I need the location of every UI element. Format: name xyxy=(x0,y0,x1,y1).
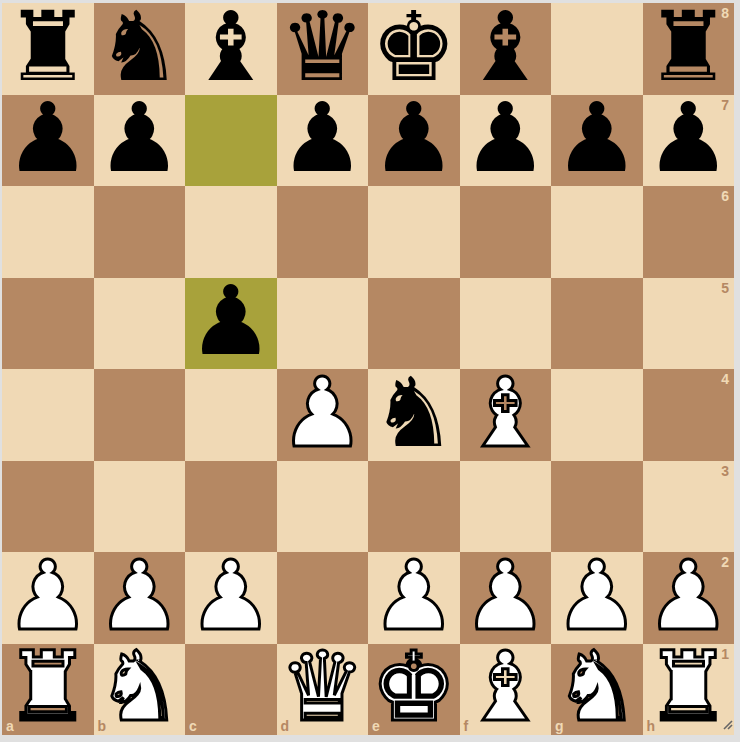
square-a8[interactable]: ♜ xyxy=(2,3,94,95)
square-c5[interactable]: ♟ xyxy=(185,278,277,370)
square-f8[interactable]: ♝ xyxy=(460,3,552,95)
square-b8[interactable]: ♞ xyxy=(94,3,186,95)
square-c8[interactable]: ♝ xyxy=(185,3,277,95)
white-knight-g1[interactable]: ♞ xyxy=(554,639,640,735)
square-c2[interactable]: ♟ xyxy=(185,552,277,644)
square-g7[interactable]: ♟ xyxy=(551,95,643,187)
square-e4[interactable]: ♞ xyxy=(368,369,460,461)
square-e2[interactable]: ♟ xyxy=(368,552,460,644)
square-g8[interactable] xyxy=(551,3,643,95)
square-e1[interactable]: ♚e xyxy=(368,644,460,736)
black-knight-e4[interactable]: ♞ xyxy=(371,365,457,461)
white-pawn-f2[interactable]: ♟ xyxy=(462,548,548,644)
square-f1[interactable]: ♝f xyxy=(460,644,552,736)
white-pawn-c2[interactable]: ♟ xyxy=(188,548,274,644)
square-d1[interactable]: ♛d xyxy=(277,644,369,736)
white-bishop-f4[interactable]: ♝ xyxy=(462,365,548,461)
white-pawn-d4[interactable]: ♟ xyxy=(279,365,365,461)
black-bishop-c8[interactable]: ♝ xyxy=(188,0,274,95)
rank-label-3: 3 xyxy=(721,464,729,478)
square-a4[interactable] xyxy=(2,369,94,461)
square-d2[interactable] xyxy=(277,552,369,644)
white-pawn-g2[interactable]: ♟ xyxy=(554,548,640,644)
square-a6[interactable] xyxy=(2,186,94,278)
square-h8[interactable]: ♜8 xyxy=(643,3,735,95)
black-pawn-d7[interactable]: ♟ xyxy=(279,90,365,186)
white-pawn-e2[interactable]: ♟ xyxy=(371,548,457,644)
rank-label-6: 6 xyxy=(721,189,729,203)
square-d5[interactable] xyxy=(277,278,369,370)
file-label-c: c xyxy=(189,719,197,733)
square-f5[interactable] xyxy=(460,278,552,370)
square-h1[interactable]: ♜1h xyxy=(643,644,735,736)
black-rook-a8[interactable]: ♜ xyxy=(5,0,91,95)
square-g2[interactable]: ♟ xyxy=(551,552,643,644)
black-pawn-g7[interactable]: ♟ xyxy=(554,90,640,186)
square-d7[interactable]: ♟ xyxy=(277,95,369,187)
white-knight-b1[interactable]: ♞ xyxy=(96,639,182,735)
white-rook-a1[interactable]: ♜ xyxy=(5,639,91,735)
square-h7[interactable]: ♟7 xyxy=(643,95,735,187)
square-c1[interactable]: c xyxy=(185,644,277,736)
black-pawn-c5[interactable]: ♟ xyxy=(188,273,274,369)
square-b7[interactable]: ♟ xyxy=(94,95,186,187)
square-e3[interactable] xyxy=(368,461,460,553)
square-b6[interactable] xyxy=(94,186,186,278)
square-b4[interactable] xyxy=(94,369,186,461)
rank-label-4: 4 xyxy=(721,372,729,386)
black-rook-h8[interactable]: ♜ xyxy=(645,0,731,95)
square-a3[interactable] xyxy=(2,461,94,553)
square-d8[interactable]: ♛ xyxy=(277,3,369,95)
square-g1[interactable]: ♞g xyxy=(551,644,643,736)
square-g6[interactable] xyxy=(551,186,643,278)
black-pawn-a7[interactable]: ♟ xyxy=(5,90,91,186)
square-h5[interactable]: 5 xyxy=(643,278,735,370)
square-a5[interactable] xyxy=(2,278,94,370)
square-c7[interactable] xyxy=(185,95,277,187)
page-background: { "game": "chess", "window": { "width": … xyxy=(0,0,740,742)
square-d6[interactable] xyxy=(277,186,369,278)
white-pawn-a2[interactable]: ♟ xyxy=(5,548,91,644)
square-e7[interactable]: ♟ xyxy=(368,95,460,187)
square-h6[interactable]: 6 xyxy=(643,186,735,278)
square-a1[interactable]: ♜a xyxy=(2,644,94,736)
square-b3[interactable] xyxy=(94,461,186,553)
square-e6[interactable] xyxy=(368,186,460,278)
square-f2[interactable]: ♟ xyxy=(460,552,552,644)
black-pawn-e7[interactable]: ♟ xyxy=(371,90,457,186)
square-d3[interactable] xyxy=(277,461,369,553)
black-king-e8[interactable]: ♚ xyxy=(371,0,457,95)
black-pawn-b7[interactable]: ♟ xyxy=(96,90,182,186)
white-pawn-b2[interactable]: ♟ xyxy=(96,548,182,644)
chess-board: ♜♞♝♛♚♝♜8♟♟♟♟♟♟♟76♟5♟♞♝43♟♟♟♟♟♟♟2♜a♞bc♛d♚… xyxy=(2,3,734,735)
square-g5[interactable] xyxy=(551,278,643,370)
square-d4[interactable]: ♟ xyxy=(277,369,369,461)
square-c6[interactable] xyxy=(185,186,277,278)
square-g4[interactable] xyxy=(551,369,643,461)
black-knight-b8[interactable]: ♞ xyxy=(96,0,182,95)
square-c3[interactable] xyxy=(185,461,277,553)
board-resize-handle-icon[interactable] xyxy=(719,716,733,734)
black-bishop-f8[interactable]: ♝ xyxy=(462,0,548,95)
square-b5[interactable] xyxy=(94,278,186,370)
black-pawn-h7[interactable]: ♟ xyxy=(645,90,731,186)
black-pawn-f7[interactable]: ♟ xyxy=(462,90,548,186)
square-f3[interactable] xyxy=(460,461,552,553)
square-h3[interactable]: 3 xyxy=(643,461,735,553)
white-bishop-f1[interactable]: ♝ xyxy=(462,639,548,735)
square-a2[interactable]: ♟ xyxy=(2,552,94,644)
rank-label-5: 5 xyxy=(721,281,729,295)
square-c4[interactable] xyxy=(185,369,277,461)
square-g3[interactable] xyxy=(551,461,643,553)
square-a7[interactable]: ♟ xyxy=(2,95,94,187)
square-f6[interactable] xyxy=(460,186,552,278)
white-queen-d1[interactable]: ♛ xyxy=(279,639,365,735)
square-h4[interactable]: 4 xyxy=(643,369,735,461)
square-b2[interactable]: ♟ xyxy=(94,552,186,644)
square-e8[interactable]: ♚ xyxy=(368,3,460,95)
square-f4[interactable]: ♝ xyxy=(460,369,552,461)
square-e5[interactable] xyxy=(368,278,460,370)
white-pawn-h2[interactable]: ♟ xyxy=(645,548,731,644)
square-f7[interactable]: ♟ xyxy=(460,95,552,187)
square-b1[interactable]: ♞b xyxy=(94,644,186,736)
black-queen-d8[interactable]: ♛ xyxy=(279,0,365,95)
square-h2[interactable]: ♟2 xyxy=(643,552,735,644)
white-king-e1[interactable]: ♚ xyxy=(371,639,457,735)
